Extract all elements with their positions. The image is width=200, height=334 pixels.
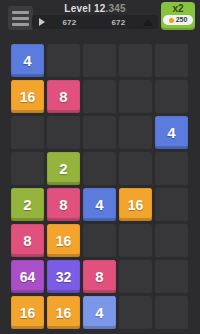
empty-cell[interactable]: [119, 116, 152, 149]
empty-cell[interactable]: [83, 116, 116, 149]
tile-16[interactable]: 16: [119, 188, 152, 221]
empty-cell[interactable]: [119, 80, 152, 113]
tile-4[interactable]: 4: [11, 44, 44, 77]
tile-2[interactable]: 2: [47, 152, 80, 185]
empty-cell[interactable]: [47, 44, 80, 77]
empty-cell[interactable]: [155, 260, 188, 293]
empty-cell[interactable]: [155, 188, 188, 221]
score-left: 672: [45, 18, 94, 27]
empty-cell[interactable]: [155, 224, 188, 257]
empty-cell[interactable]: [155, 152, 188, 185]
empty-cell[interactable]: [83, 44, 116, 77]
empty-cell[interactable]: [11, 152, 44, 185]
coin-pill: 250: [163, 15, 193, 25]
tile-8[interactable]: 8: [11, 224, 44, 257]
tile-4[interactable]: 4: [83, 296, 116, 329]
empty-cell[interactable]: [155, 296, 188, 329]
empty-cell[interactable]: [119, 152, 152, 185]
multiplier-badge[interactable]: x2 250: [161, 2, 195, 30]
empty-cell[interactable]: [119, 44, 152, 77]
tile-4[interactable]: 4: [83, 188, 116, 221]
score-right: 672: [94, 18, 143, 27]
level-title-main: Level 12: [64, 3, 105, 14]
menu-icon: [12, 23, 29, 26]
coin-count: 250: [176, 15, 188, 25]
tile-16[interactable]: 16: [11, 80, 44, 113]
empty-cell[interactable]: [47, 116, 80, 149]
empty-cell[interactable]: [83, 80, 116, 113]
multiplier-label: x2: [172, 2, 183, 15]
empty-cell[interactable]: [119, 296, 152, 329]
board[interactable]: 416842284168166432816164: [11, 44, 188, 329]
coin-icon: [169, 18, 174, 23]
tile-8[interactable]: 8: [83, 260, 116, 293]
tile-16[interactable]: 16: [47, 296, 80, 329]
score-bar: 672 672: [32, 15, 158, 29]
tile-16[interactable]: 16: [11, 296, 44, 329]
menu-icon: [12, 11, 29, 14]
up-triangle-icon: [143, 19, 153, 26]
menu-button[interactable]: [8, 6, 33, 30]
empty-cell[interactable]: [83, 152, 116, 185]
empty-cell[interactable]: [119, 260, 152, 293]
menu-icon: [12, 17, 29, 20]
tile-8[interactable]: 8: [47, 80, 80, 113]
tile-32[interactable]: 32: [47, 260, 80, 293]
empty-cell[interactable]: [83, 224, 116, 257]
empty-cell[interactable]: [11, 116, 44, 149]
tile-2[interactable]: 2: [11, 188, 44, 221]
tile-4[interactable]: 4: [155, 116, 188, 149]
empty-cell[interactable]: [155, 80, 188, 113]
level-title-decimal: .345: [105, 3, 125, 14]
tile-64[interactable]: 64: [11, 260, 44, 293]
tile-8[interactable]: 8: [47, 188, 80, 221]
level-title: Level 12.345: [35, 3, 155, 14]
header: Level 12.345 672 672 x2 250: [0, 0, 200, 40]
tile-16[interactable]: 16: [47, 224, 80, 257]
empty-cell[interactable]: [155, 44, 188, 77]
empty-cell[interactable]: [119, 224, 152, 257]
